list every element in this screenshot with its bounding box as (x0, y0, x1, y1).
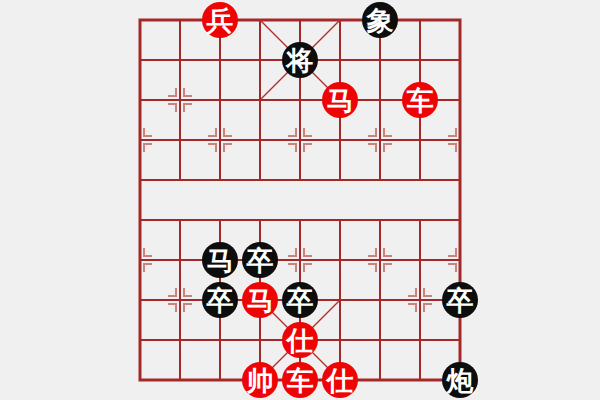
point-marker (168, 304, 176, 312)
point-marker (368, 248, 376, 256)
piece-red-horse[interactable]: 马 (242, 282, 278, 318)
piece-red-chariot[interactable]: 车 (402, 82, 438, 118)
point-marker (448, 128, 456, 136)
point-marker (288, 144, 296, 152)
point-marker (144, 128, 152, 136)
point-marker (144, 248, 152, 256)
piece-red-soldier[interactable]: 兵 (202, 2, 238, 38)
point-marker (368, 128, 376, 136)
piece-red-chariot[interactable]: 车 (282, 362, 318, 398)
point-marker (448, 144, 456, 152)
point-marker (304, 144, 312, 152)
point-marker (424, 288, 432, 296)
point-marker (168, 104, 176, 112)
point-marker (384, 128, 392, 136)
point-marker (304, 264, 312, 272)
point-marker (208, 144, 216, 152)
point-marker (184, 88, 192, 96)
point-marker (408, 304, 416, 312)
piece-black-soldier[interactable]: 卒 (202, 282, 238, 318)
xiangqi-board: 兵象将马车马卒卒马卒卒仕帅车仕炮 (120, 0, 480, 400)
piece-red-advisor[interactable]: 仕 (282, 322, 318, 358)
point-marker (408, 288, 416, 296)
point-marker (184, 288, 192, 296)
piece-black-elephant[interactable]: 象 (362, 2, 398, 38)
piece-red-advisor[interactable]: 仕 (322, 362, 358, 398)
point-marker (288, 264, 296, 272)
point-marker (144, 144, 152, 152)
piece-black-general[interactable]: 将 (282, 42, 318, 78)
point-marker (448, 264, 456, 272)
point-marker (368, 264, 376, 272)
piece-black-soldier[interactable]: 卒 (242, 242, 278, 278)
piece-black-horse[interactable]: 马 (202, 242, 238, 278)
piece-black-soldier[interactable]: 卒 (442, 282, 478, 318)
point-marker (208, 128, 216, 136)
point-marker (448, 248, 456, 256)
point-marker (424, 304, 432, 312)
point-marker (384, 144, 392, 152)
point-marker (288, 128, 296, 136)
point-marker (184, 304, 192, 312)
piece-black-soldier[interactable]: 卒 (282, 282, 318, 318)
app-background: { "game": "xiangqi", "board": { "files":… (0, 0, 600, 400)
point-marker (168, 88, 176, 96)
point-marker (288, 248, 296, 256)
point-marker (144, 264, 152, 272)
point-marker (224, 128, 232, 136)
piece-black-cannon[interactable]: 炮 (442, 362, 478, 398)
point-marker (168, 288, 176, 296)
point-marker (304, 128, 312, 136)
point-marker (384, 264, 392, 272)
piece-red-horse[interactable]: 马 (322, 82, 358, 118)
point-marker (304, 248, 312, 256)
point-marker (184, 104, 192, 112)
point-marker (384, 248, 392, 256)
point-marker (368, 144, 376, 152)
piece-red-general[interactable]: 帅 (242, 362, 278, 398)
point-marker (224, 144, 232, 152)
